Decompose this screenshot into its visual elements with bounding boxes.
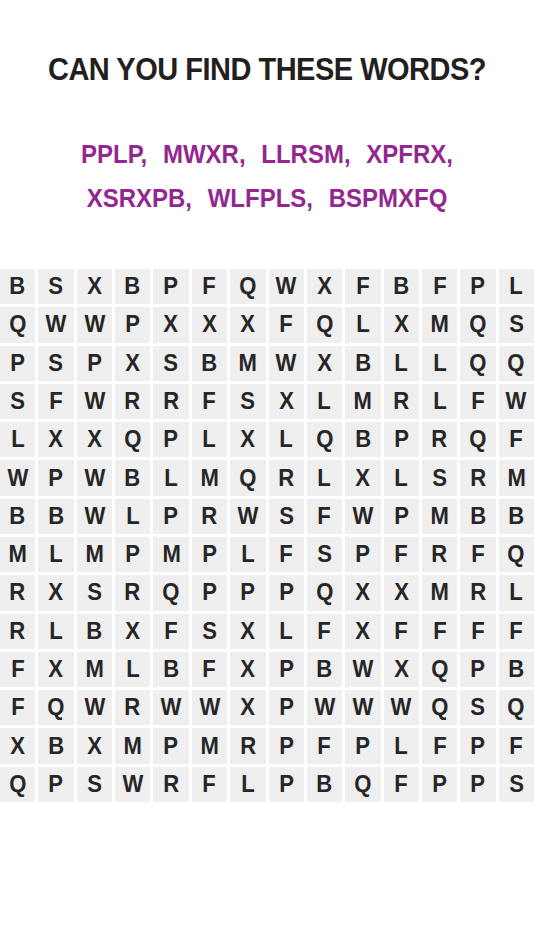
grid-cell[interactable]: M bbox=[422, 499, 457, 534]
grid-letter: P bbox=[471, 732, 486, 760]
grid-cell[interactable]: W bbox=[77, 499, 112, 534]
grid-cell[interactable]: M bbox=[0, 537, 35, 572]
grid-cell[interactable]: F bbox=[384, 537, 419, 572]
grid-cell[interactable]: B bbox=[0, 499, 35, 534]
grid-cell[interactable]: P bbox=[0, 346, 35, 381]
grid-cell[interactable]: W bbox=[0, 460, 35, 495]
grid-letter: P bbox=[432, 770, 447, 798]
grid-cell[interactable]: L bbox=[0, 422, 35, 457]
grid-letter: W bbox=[276, 273, 297, 301]
grid-letter: X bbox=[164, 311, 179, 339]
grid-cell[interactable]: W bbox=[345, 690, 380, 725]
grid-cell[interactable]: Q bbox=[499, 346, 534, 381]
grid-cell[interactable]: P bbox=[384, 422, 419, 457]
grid-letter: R bbox=[201, 502, 217, 530]
grid-cell[interactable]: W bbox=[192, 690, 227, 725]
grid-letter: S bbox=[49, 273, 64, 301]
grid-cell[interactable]: S bbox=[499, 767, 534, 802]
grid-letter: L bbox=[126, 655, 140, 683]
grid-cell[interactable]: L bbox=[422, 384, 457, 419]
grid-cell[interactable]: S bbox=[192, 614, 227, 649]
grid-letter: P bbox=[164, 502, 179, 530]
grid-cell[interactable]: L bbox=[153, 460, 188, 495]
grid-letter: F bbox=[394, 541, 408, 569]
grid-cell[interactable]: L bbox=[345, 307, 380, 342]
grid-letter: P bbox=[279, 770, 294, 798]
grid-cell[interactable]: P bbox=[345, 537, 380, 572]
grid-cell[interactable]: Q bbox=[307, 422, 342, 457]
grid-cell[interactable]: L bbox=[384, 460, 419, 495]
grid-cell[interactable]: Q bbox=[153, 575, 188, 610]
grid-cell[interactable]: P bbox=[269, 728, 304, 763]
grid-letter: M bbox=[85, 655, 103, 683]
grid-cell[interactable]: Q bbox=[460, 346, 495, 381]
grid-cell[interactable]: P bbox=[269, 690, 304, 725]
grid-cell[interactable]: M bbox=[153, 537, 188, 572]
grid-cell[interactable]: M bbox=[77, 537, 112, 572]
grid-cell[interactable]: F bbox=[499, 422, 534, 457]
grid-cell[interactable]: W bbox=[269, 346, 304, 381]
grid-cell[interactable]: R bbox=[153, 767, 188, 802]
grid-letter: W bbox=[84, 387, 105, 415]
grid-letter: X bbox=[10, 732, 25, 760]
grid-cell[interactable]: L bbox=[192, 422, 227, 457]
grid-cell[interactable]: L bbox=[422, 346, 457, 381]
grid-cell[interactable]: S bbox=[77, 767, 112, 802]
grid-cell[interactable]: F bbox=[384, 614, 419, 649]
grid-letter: S bbox=[164, 349, 179, 377]
grid-cell[interactable]: R bbox=[422, 537, 457, 572]
grid-cell[interactable]: R bbox=[0, 614, 35, 649]
grid-letter: S bbox=[87, 770, 102, 798]
grid-cell[interactable]: X bbox=[384, 307, 419, 342]
grid-letter: W bbox=[352, 502, 373, 530]
grid-cell[interactable]: F bbox=[269, 307, 304, 342]
grid-letter: M bbox=[200, 464, 218, 492]
grid-letter: X bbox=[240, 617, 255, 645]
grid-cell[interactable]: B bbox=[345, 422, 380, 457]
grid-letter: M bbox=[430, 579, 448, 607]
grid-cell[interactable]: X bbox=[345, 460, 380, 495]
grid-cell[interactable]: F bbox=[460, 384, 495, 419]
grid-cell[interactable]: F bbox=[38, 384, 73, 419]
grid-cell[interactable]: F bbox=[192, 269, 227, 304]
grid-cell[interactable]: X bbox=[384, 652, 419, 687]
grid-cell[interactable]: X bbox=[38, 575, 73, 610]
grid-letter: P bbox=[394, 426, 409, 454]
grid-cell[interactable]: M bbox=[192, 460, 227, 495]
grid-cell[interactable]: W bbox=[345, 499, 380, 534]
grid-cell[interactable]: S bbox=[77, 575, 112, 610]
grid-cell[interactable]: R bbox=[460, 575, 495, 610]
grid-letter: F bbox=[471, 617, 485, 645]
grid-cell[interactable]: W bbox=[77, 460, 112, 495]
grid-cell[interactable]: S bbox=[269, 499, 304, 534]
grid-letter: R bbox=[432, 426, 448, 454]
grid-letter: L bbox=[241, 541, 255, 569]
grid-letter: P bbox=[471, 655, 486, 683]
grid-cell[interactable]: X bbox=[230, 690, 265, 725]
grid-cell[interactable]: P bbox=[269, 767, 304, 802]
grid-cell[interactable]: X bbox=[38, 422, 73, 457]
grid-cell[interactable]: B bbox=[384, 269, 419, 304]
grid-cell[interactable]: X bbox=[307, 269, 342, 304]
grid-letter: Q bbox=[163, 579, 180, 607]
grid-cell[interactable]: P bbox=[230, 575, 265, 610]
grid-cell[interactable]: W bbox=[153, 690, 188, 725]
grid-cell[interactable]: S bbox=[460, 690, 495, 725]
grid-cell[interactable]: P bbox=[460, 728, 495, 763]
grid-cell[interactable]: R bbox=[115, 575, 150, 610]
grid-cell[interactable]: X bbox=[38, 652, 73, 687]
grid-letter: L bbox=[510, 273, 524, 301]
grid-cell[interactable]: P bbox=[153, 728, 188, 763]
grid-letter: L bbox=[394, 464, 408, 492]
grid-cell[interactable]: P bbox=[115, 537, 150, 572]
grid-cell[interactable]: X bbox=[115, 346, 150, 381]
grid-cell[interactable]: L bbox=[269, 422, 304, 457]
grid-cell[interactable]: M bbox=[230, 346, 265, 381]
grid-cell[interactable]: M bbox=[499, 460, 534, 495]
grid-cell[interactable]: S bbox=[38, 346, 73, 381]
grid-letter: Q bbox=[316, 311, 333, 339]
grid-letter: B bbox=[317, 770, 333, 798]
grid-cell[interactable]: Q bbox=[0, 307, 35, 342]
grid-cell[interactable]: F bbox=[384, 767, 419, 802]
grid-letter: M bbox=[430, 311, 448, 339]
grid-cell[interactable]: S bbox=[422, 460, 457, 495]
grid-cell[interactable]: W bbox=[499, 384, 534, 419]
grid-cell[interactable]: X bbox=[230, 614, 265, 649]
grid-cell[interactable]: W bbox=[38, 307, 73, 342]
grid-letter: P bbox=[164, 732, 179, 760]
grid-cell[interactable]: P bbox=[38, 767, 73, 802]
grid-cell[interactable]: P bbox=[460, 269, 495, 304]
grid-cell[interactable]: P bbox=[153, 422, 188, 457]
grid-cell[interactable]: L bbox=[38, 614, 73, 649]
grid-letter: B bbox=[125, 464, 141, 492]
grid-letter: L bbox=[203, 426, 217, 454]
grid-cell[interactable]: X bbox=[230, 652, 265, 687]
grid-cell[interactable]: L bbox=[230, 767, 265, 802]
grid-cell[interactable]: F bbox=[422, 614, 457, 649]
grid-cell[interactable]: W bbox=[77, 384, 112, 419]
grid-letter: F bbox=[433, 732, 447, 760]
grid-letter: F bbox=[356, 273, 370, 301]
puzzle-title: CAN YOU FIND THESE WORDS? bbox=[0, 51, 534, 89]
grid-letter: F bbox=[318, 732, 332, 760]
grid-letter: X bbox=[202, 311, 217, 339]
grid-cell[interactable]: P bbox=[460, 767, 495, 802]
grid-letter: P bbox=[240, 579, 255, 607]
grid-letter: M bbox=[124, 732, 142, 760]
grid-cell[interactable]: Q bbox=[460, 307, 495, 342]
grid-cell[interactable]: S bbox=[230, 384, 265, 419]
grid-cell[interactable]: R bbox=[460, 460, 495, 495]
grid-cell[interactable]: F bbox=[460, 537, 495, 572]
grid-cell[interactable]: B bbox=[499, 652, 534, 687]
grid-cell[interactable]: L bbox=[384, 728, 419, 763]
grid-letter: B bbox=[317, 655, 333, 683]
grid-letter: X bbox=[240, 311, 255, 339]
grid-letter: P bbox=[164, 273, 179, 301]
grid-cell[interactable]: L bbox=[499, 269, 534, 304]
grid-letter: F bbox=[279, 311, 293, 339]
grid-cell[interactable]: R bbox=[230, 728, 265, 763]
grid-cell[interactable]: X bbox=[345, 575, 380, 610]
grid-cell[interactable]: L bbox=[38, 537, 73, 572]
grid-letter: F bbox=[11, 694, 25, 722]
grid-cell[interactable]: F bbox=[192, 652, 227, 687]
grid-letter: W bbox=[506, 387, 527, 415]
grid-cell[interactable]: R bbox=[115, 690, 150, 725]
grid-letter: B bbox=[163, 655, 179, 683]
grid-letter: S bbox=[87, 579, 102, 607]
grid-cell[interactable]: R bbox=[422, 422, 457, 457]
grid-cell[interactable]: B bbox=[77, 614, 112, 649]
grid-cell[interactable]: R bbox=[153, 384, 188, 419]
grid-cell[interactable]: S bbox=[499, 307, 534, 342]
grid-cell[interactable]: X bbox=[230, 307, 265, 342]
word-search-page: CAN YOU FIND THESE WORDS? PPLP, MWXR, LL… bbox=[0, 52, 534, 950]
grid-cell[interactable]: M bbox=[422, 575, 457, 610]
grid-cell[interactable]: X bbox=[230, 422, 265, 457]
grid-cell[interactable]: F bbox=[422, 269, 457, 304]
grid-cell[interactable]: Q bbox=[345, 767, 380, 802]
grid-letter: W bbox=[7, 464, 28, 492]
grid-cell[interactable]: L bbox=[499, 575, 534, 610]
grid-letter: M bbox=[200, 732, 218, 760]
grid-letter: B bbox=[48, 502, 64, 530]
grid-letter: Q bbox=[47, 694, 64, 722]
grid-cell[interactable]: X bbox=[153, 307, 188, 342]
grid-cell[interactable]: P bbox=[153, 499, 188, 534]
grid-cell[interactable]: Q bbox=[115, 422, 150, 457]
grid-letter: P bbox=[125, 311, 140, 339]
grid-cell[interactable]: B bbox=[115, 269, 150, 304]
grid-letter: F bbox=[203, 770, 217, 798]
grid-cell[interactable]: P bbox=[192, 575, 227, 610]
grid-cell[interactable]: B bbox=[307, 652, 342, 687]
grid-cell[interactable]: W bbox=[77, 690, 112, 725]
grid-letter: Q bbox=[124, 426, 141, 454]
grid-cell[interactable]: X bbox=[307, 346, 342, 381]
grid-letter: Q bbox=[9, 770, 26, 798]
grid-cell[interactable]: F bbox=[0, 652, 35, 687]
grid-cell[interactable]: F bbox=[269, 537, 304, 572]
grid-cell[interactable]: F bbox=[422, 728, 457, 763]
grid-letter: X bbox=[279, 387, 294, 415]
grid-letter: W bbox=[122, 770, 143, 798]
grid-letter: P bbox=[49, 464, 64, 492]
grid-cell[interactable]: Q bbox=[422, 690, 457, 725]
grid-cell[interactable]: P bbox=[77, 346, 112, 381]
grid-cell[interactable]: P bbox=[38, 460, 73, 495]
grid-cell[interactable]: Q bbox=[230, 460, 265, 495]
grid-cell[interactable]: B bbox=[153, 652, 188, 687]
grid-letter: L bbox=[433, 349, 447, 377]
grid-cell[interactable]: L bbox=[307, 460, 342, 495]
grid-cell[interactable]: B bbox=[38, 499, 73, 534]
grid-letter: L bbox=[126, 502, 140, 530]
grid-cell[interactable]: L bbox=[115, 499, 150, 534]
grid-letter: F bbox=[433, 617, 447, 645]
grid-cell[interactable]: X bbox=[384, 575, 419, 610]
grid-letter: F bbox=[203, 387, 217, 415]
grid-cell[interactable]: X bbox=[192, 307, 227, 342]
grid-letter: B bbox=[86, 617, 102, 645]
grid-cell[interactable]: P bbox=[192, 537, 227, 572]
grid-cell[interactable]: W bbox=[115, 767, 150, 802]
grid-letter: R bbox=[10, 617, 26, 645]
grid-cell[interactable]: F bbox=[192, 384, 227, 419]
grid-cell[interactable]: P bbox=[422, 767, 457, 802]
grid-letter: L bbox=[394, 349, 408, 377]
grid-letter: F bbox=[164, 617, 178, 645]
grid-letter: Q bbox=[316, 579, 333, 607]
word-search-grid[interactable]: BSXBPFQWXFBFPLQWWPXXXFQLXMQSPSPXSBMWXBLL… bbox=[0, 269, 534, 802]
grid-cell[interactable]: W bbox=[307, 690, 342, 725]
grid-cell[interactable]: W bbox=[77, 307, 112, 342]
grid-letter: S bbox=[317, 541, 332, 569]
grid-cell[interactable]: Q bbox=[230, 269, 265, 304]
grid-cell[interactable]: P bbox=[153, 269, 188, 304]
grid-cell[interactable]: R bbox=[0, 575, 35, 610]
grid-letter: R bbox=[470, 579, 486, 607]
grid-cell[interactable]: X bbox=[77, 269, 112, 304]
grid-letter: R bbox=[125, 579, 141, 607]
grid-cell[interactable]: B bbox=[307, 767, 342, 802]
grid-letter: X bbox=[49, 579, 64, 607]
grid-cell[interactable]: W bbox=[269, 269, 304, 304]
grid-cell[interactable]: L bbox=[384, 346, 419, 381]
grid-cell[interactable]: L bbox=[230, 537, 265, 572]
grid-cell[interactable]: R bbox=[192, 499, 227, 534]
grid-cell[interactable]: R bbox=[115, 384, 150, 419]
grid-letter: S bbox=[10, 387, 25, 415]
grid-cell[interactable]: R bbox=[384, 384, 419, 419]
grid-letter: P bbox=[279, 579, 294, 607]
grid-cell[interactable]: F bbox=[460, 614, 495, 649]
grid-letter: X bbox=[356, 579, 371, 607]
grid-cell[interactable]: P bbox=[345, 728, 380, 763]
grid-letter: F bbox=[203, 655, 217, 683]
grid-cell[interactable]: L bbox=[269, 614, 304, 649]
grid-cell[interactable]: Q bbox=[499, 537, 534, 572]
grid-cell[interactable]: S bbox=[153, 346, 188, 381]
grid-letter: W bbox=[352, 655, 373, 683]
grid-cell[interactable]: Q bbox=[499, 690, 534, 725]
grid-cell[interactable]: W bbox=[230, 499, 265, 534]
grid-cell[interactable]: W bbox=[345, 652, 380, 687]
grid-cell[interactable]: Q bbox=[422, 652, 457, 687]
grid-letter: W bbox=[237, 502, 258, 530]
grid-cell[interactable]: M bbox=[115, 728, 150, 763]
grid-letter: M bbox=[354, 387, 372, 415]
grid-letter: R bbox=[125, 387, 141, 415]
grid-cell[interactable]: B bbox=[460, 499, 495, 534]
grid-cell[interactable]: B bbox=[499, 499, 534, 534]
grid-cell[interactable]: X bbox=[77, 728, 112, 763]
grid-cell[interactable]: Q bbox=[38, 690, 73, 725]
grid-letter: P bbox=[279, 655, 294, 683]
grid-cell[interactable]: F bbox=[307, 728, 342, 763]
grid-cell[interactable]: R bbox=[269, 460, 304, 495]
grid-cell[interactable]: Q bbox=[307, 307, 342, 342]
grid-cell[interactable]: S bbox=[38, 269, 73, 304]
grid-cell[interactable]: Q bbox=[307, 575, 342, 610]
grid-cell[interactable]: P bbox=[269, 652, 304, 687]
grid-letter: L bbox=[279, 426, 293, 454]
grid-letter: R bbox=[393, 387, 409, 415]
grid-letter: S bbox=[509, 770, 524, 798]
grid-letter: P bbox=[49, 770, 64, 798]
grid-letter: M bbox=[507, 464, 525, 492]
grid-letter: L bbox=[510, 579, 524, 607]
grid-cell[interactable]: Q bbox=[460, 422, 495, 457]
grid-cell[interactable]: P bbox=[269, 575, 304, 610]
grid-letter: P bbox=[356, 541, 371, 569]
grid-letter: Q bbox=[9, 311, 26, 339]
grid-cell[interactable]: F bbox=[192, 767, 227, 802]
grid-cell[interactable]: X bbox=[345, 614, 380, 649]
word-list-line-2: XSRXPB, WLFPLS, BSPMXFQ bbox=[0, 177, 534, 221]
grid-letter: S bbox=[49, 349, 64, 377]
grid-cell[interactable]: F bbox=[307, 499, 342, 534]
grid-letter: F bbox=[11, 655, 25, 683]
grid-cell[interactable]: S bbox=[0, 384, 35, 419]
grid-cell[interactable]: B bbox=[345, 346, 380, 381]
grid-cell[interactable]: W bbox=[384, 690, 419, 725]
grid-cell[interactable]: F bbox=[499, 614, 534, 649]
grid-cell[interactable]: P bbox=[384, 499, 419, 534]
grid-cell[interactable]: B bbox=[192, 346, 227, 381]
grid-cell[interactable]: M bbox=[422, 307, 457, 342]
grid-cell[interactable]: P bbox=[460, 652, 495, 687]
grid-cell[interactable]: B bbox=[38, 728, 73, 763]
grid-cell[interactable]: S bbox=[307, 537, 342, 572]
grid-cell[interactable]: F bbox=[307, 614, 342, 649]
grid-cell[interactable]: P bbox=[115, 307, 150, 342]
grid-letter: L bbox=[433, 387, 447, 415]
grid-cell[interactable]: F bbox=[0, 690, 35, 725]
grid-letter: F bbox=[471, 387, 485, 415]
grid-cell[interactable]: M bbox=[192, 728, 227, 763]
grid-cell[interactable]: L bbox=[115, 652, 150, 687]
grid-letter: Q bbox=[508, 349, 525, 377]
grid-letter: X bbox=[356, 617, 371, 645]
grid-cell[interactable]: L bbox=[307, 384, 342, 419]
grid-letter: Q bbox=[469, 349, 486, 377]
grid-cell[interactable]: F bbox=[345, 269, 380, 304]
grid-cell[interactable]: X bbox=[77, 422, 112, 457]
grid-letter: L bbox=[49, 617, 63, 645]
grid-cell[interactable]: B bbox=[0, 269, 35, 304]
grid-letter: R bbox=[432, 541, 448, 569]
grid-cell[interactable]: X bbox=[0, 728, 35, 763]
grid-letter: R bbox=[240, 732, 256, 760]
grid-cell[interactable]: X bbox=[115, 614, 150, 649]
grid-cell[interactable]: Q bbox=[0, 767, 35, 802]
grid-letter: W bbox=[391, 694, 412, 722]
grid-cell[interactable]: F bbox=[153, 614, 188, 649]
grid-letter: F bbox=[510, 617, 524, 645]
grid-cell[interactable]: X bbox=[269, 384, 304, 419]
grid-cell[interactable]: B bbox=[115, 460, 150, 495]
grid-cell[interactable]: M bbox=[77, 652, 112, 687]
grid-cell[interactable]: M bbox=[345, 384, 380, 419]
grid-cell[interactable]: F bbox=[499, 728, 534, 763]
